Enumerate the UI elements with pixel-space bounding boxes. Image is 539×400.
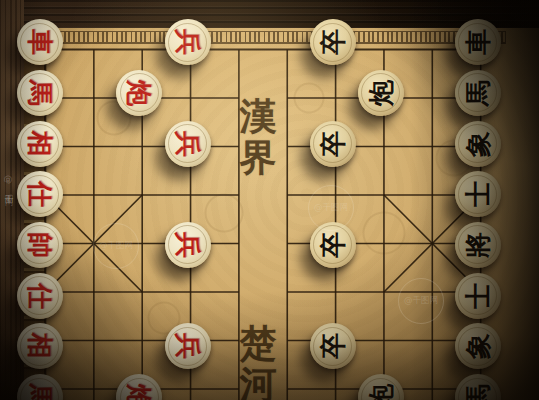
piece-red-elephant[interactable]: 相 [17, 121, 63, 167]
river-char-jie: 界 [235, 137, 281, 177]
red-soldier-glyph: 兵 [165, 323, 211, 369]
piece-red-soldier[interactable]: 兵 [165, 121, 211, 167]
piece-black-horse[interactable]: 馬 [455, 374, 501, 400]
piece-red-advisor[interactable]: 仕 [17, 171, 63, 217]
red-elephant-glyph: 相 [17, 323, 63, 369]
red-horse-glyph: 馬 [17, 374, 63, 400]
black-elephant-glyph: 象 [455, 323, 501, 369]
black-cannon-glyph: 炮 [358, 70, 404, 116]
black-soldier-glyph: 卒 [310, 323, 356, 369]
black-soldier-glyph: 卒 [310, 121, 356, 167]
piece-black-elephant[interactable]: 象 [455, 121, 501, 167]
piece-black-cannon[interactable]: 炮 [358, 70, 404, 116]
red-advisor-glyph: 仕 [17, 171, 63, 217]
piece-black-elephant[interactable]: 象 [455, 323, 501, 369]
piece-black-soldier[interactable]: 卒 [310, 19, 356, 65]
piece-red-soldier[interactable]: 兵 [165, 323, 211, 369]
black-elephant-glyph: 象 [455, 121, 501, 167]
piece-red-advisor[interactable]: 仕 [17, 273, 63, 319]
red-chariot-glyph: 車 [17, 19, 63, 65]
piece-red-elephant[interactable]: 相 [17, 323, 63, 369]
piece-black-soldier[interactable]: 卒 [310, 323, 356, 369]
river-char-he: 河 [235, 364, 281, 400]
red-soldier-glyph: 兵 [165, 121, 211, 167]
red-cannon-glyph: 炮 [116, 70, 162, 116]
piece-black-advisor[interactable]: 士 [455, 273, 501, 319]
red-cannon-glyph: 炮 [116, 374, 162, 400]
piece-red-cannon[interactable]: 炮 [116, 374, 162, 400]
red-general-glyph: 帥 [17, 222, 63, 268]
river-char-han: 漢 [235, 96, 281, 136]
piece-black-cannon[interactable]: 炮 [358, 374, 404, 400]
red-soldier-glyph: 兵 [165, 19, 211, 65]
black-soldier-glyph: 卒 [310, 19, 356, 65]
xiangqi-photo-stage: 漢 界 楚 河 車馬相仕帥仕相馬炮炮兵兵兵兵卒卒卒卒炮炮車馬象士將士象馬 @千图… [0, 0, 539, 400]
black-horse-glyph: 馬 [455, 70, 501, 116]
red-horse-glyph: 馬 [17, 70, 63, 116]
piece-red-horse[interactable]: 馬 [17, 70, 63, 116]
piece-black-chariot[interactable]: 車 [455, 19, 501, 65]
piece-red-cannon[interactable]: 炮 [116, 70, 162, 116]
black-general-glyph: 將 [455, 222, 501, 268]
black-chariot-glyph: 車 [455, 19, 501, 65]
black-horse-glyph: 馬 [455, 374, 501, 400]
black-advisor-glyph: 士 [455, 273, 501, 319]
piece-red-horse[interactable]: 馬 [17, 374, 63, 400]
red-elephant-glyph: 相 [17, 121, 63, 167]
red-advisor-glyph: 仕 [17, 273, 63, 319]
black-cannon-glyph: 炮 [358, 374, 404, 400]
black-soldier-glyph: 卒 [310, 222, 356, 268]
piece-black-advisor[interactable]: 士 [455, 171, 501, 217]
piece-red-soldier[interactable]: 兵 [165, 222, 211, 268]
river-char-chu: 楚 [235, 323, 281, 363]
red-soldier-glyph: 兵 [165, 222, 211, 268]
piece-black-soldier[interactable]: 卒 [310, 121, 356, 167]
piece-black-horse[interactable]: 馬 [455, 70, 501, 116]
black-advisor-glyph: 士 [455, 171, 501, 217]
piece-red-soldier[interactable]: 兵 [165, 19, 211, 65]
piece-black-general[interactable]: 將 [455, 222, 501, 268]
piece-red-general[interactable]: 帥 [17, 222, 63, 268]
piece-black-soldier[interactable]: 卒 [310, 222, 356, 268]
piece-red-chariot[interactable]: 車 [17, 19, 63, 65]
